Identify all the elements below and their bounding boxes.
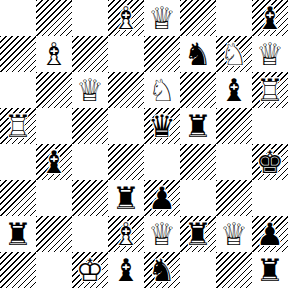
black-king-icon: ♚: [252, 144, 288, 180]
white-rook-icon: ♖: [0, 108, 36, 144]
white-queen-icon: ♕: [72, 72, 108, 108]
square-g3[interactable]: [216, 180, 252, 216]
square-b3[interactable]: [36, 180, 72, 216]
white-queen-icon: ♕: [252, 36, 288, 72]
black-bishop-icon: ♝: [252, 0, 288, 36]
piece-black-rook-f2[interactable]: ♜♜: [180, 216, 216, 252]
white-bishop-icon: ♗: [108, 216, 144, 252]
square-b2[interactable]: [36, 216, 72, 252]
square-f6[interactable]: [180, 72, 216, 108]
black-knight-icon: ♞: [144, 252, 180, 288]
piece-black-pawn-h2[interactable]: ♟♟: [252, 216, 288, 252]
white-knight-icon: ♘: [216, 36, 252, 72]
square-b5[interactable]: [36, 108, 72, 144]
square-c3[interactable]: [72, 180, 108, 216]
square-d8[interactable]: ♝♗: [108, 0, 144, 36]
square-g5[interactable]: [216, 108, 252, 144]
piece-black-rook-f5[interactable]: ♜♜: [180, 108, 216, 144]
piece-black-bishop-b4[interactable]: ♝♝: [36, 144, 72, 180]
piece-white-king-c1[interactable]: ♚♔: [72, 252, 108, 288]
square-c6[interactable]: ♛♕: [72, 72, 108, 108]
square-a7[interactable]: [0, 36, 36, 72]
piece-black-pawn-e3[interactable]: ♟♟: [144, 180, 180, 216]
square-f2[interactable]: ♜♜: [180, 216, 216, 252]
square-h8[interactable]: ♝♝: [252, 0, 288, 36]
square-f4[interactable]: [180, 144, 216, 180]
square-a6[interactable]: [0, 72, 36, 108]
piece-black-bishop-h8[interactable]: ♝♝: [252, 0, 288, 36]
black-rook-icon: ♜: [108, 180, 144, 216]
square-h3[interactable]: [252, 180, 288, 216]
white-bishop-icon: ♗: [108, 0, 144, 36]
square-g7[interactable]: ♞♘: [216, 36, 252, 72]
piece-white-knight-e6[interactable]: ♞♘: [144, 72, 180, 108]
black-queen-icon: ♛: [144, 108, 180, 144]
white-king-icon: ♔: [72, 252, 108, 288]
white-queen-icon: ♕: [144, 0, 180, 36]
white-bishop-icon: ♗: [36, 36, 72, 72]
piece-white-bishop-d2[interactable]: ♝♗: [108, 216, 144, 252]
black-rook-icon: ♜: [180, 216, 216, 252]
piece-black-rook-h1[interactable]: ♜♜: [252, 252, 288, 288]
square-e5[interactable]: ♛♛: [144, 108, 180, 144]
piece-black-knight-f7[interactable]: ♞♞: [180, 36, 216, 72]
piece-white-queen-e8[interactable]: ♛♕: [144, 0, 180, 36]
square-e1[interactable]: ♞♞: [144, 252, 180, 288]
black-rook-icon: ♜: [0, 216, 36, 252]
piece-white-bishop-d8[interactable]: ♝♗: [108, 0, 144, 36]
piece-black-rook-a2[interactable]: ♜♜: [0, 216, 36, 252]
square-h7[interactable]: ♛♕: [252, 36, 288, 72]
square-a4[interactable]: [0, 144, 36, 180]
square-e2[interactable]: ♛♕: [144, 216, 180, 252]
square-e7[interactable]: [144, 36, 180, 72]
white-rook-icon: ♖: [252, 72, 288, 108]
square-e8[interactable]: ♛♕: [144, 0, 180, 36]
piece-black-king-h4[interactable]: ♚♚: [252, 144, 288, 180]
square-g8[interactable]: [216, 0, 252, 36]
piece-black-rook-d3[interactable]: ♜♜: [108, 180, 144, 216]
square-d4[interactable]: [108, 144, 144, 180]
square-h4[interactable]: ♚♚: [252, 144, 288, 180]
square-d5[interactable]: [108, 108, 144, 144]
square-c1[interactable]: ♚♔: [72, 252, 108, 288]
square-c7[interactable]: [72, 36, 108, 72]
square-e3[interactable]: ♟♟: [144, 180, 180, 216]
white-queen-icon: ♕: [144, 216, 180, 252]
square-f8[interactable]: [180, 0, 216, 36]
square-d2[interactable]: ♝♗: [108, 216, 144, 252]
square-g2[interactable]: ♛♕: [216, 216, 252, 252]
square-b6[interactable]: [36, 72, 72, 108]
square-a1[interactable]: [0, 252, 36, 288]
black-knight-icon: ♞: [180, 36, 216, 72]
white-queen-icon: ♕: [216, 216, 252, 252]
square-a2[interactable]: ♜♜: [0, 216, 36, 252]
square-f7[interactable]: ♞♞: [180, 36, 216, 72]
black-pawn-icon: ♟: [252, 216, 288, 252]
square-c8[interactable]: [72, 0, 108, 36]
square-e4[interactable]: [144, 144, 180, 180]
white-knight-icon: ♘: [144, 72, 180, 108]
square-h5[interactable]: [252, 108, 288, 144]
square-g6[interactable]: ♝♝: [216, 72, 252, 108]
square-a3[interactable]: [0, 180, 36, 216]
square-f3[interactable]: [180, 180, 216, 216]
piece-black-knight-e1[interactable]: ♞♞: [144, 252, 180, 288]
piece-black-bishop-g6[interactable]: ♝♝: [216, 72, 252, 108]
piece-white-rook-h6[interactable]: ♜♖: [252, 72, 288, 108]
square-d1[interactable]: ♝♝: [108, 252, 144, 288]
square-f1[interactable]: [180, 252, 216, 288]
square-g4[interactable]: [216, 144, 252, 180]
black-bishop-icon: ♝: [216, 72, 252, 108]
chess-diagram: ♝♗♛♕♝♝♝♗♞♞♞♘♛♕♛♕♞♘♝♝♜♖♜♖♛♛♜♜♝♝♚♚♜♜♟♟♜♜♝♗…: [0, 0, 288, 288]
square-d6[interactable]: [108, 72, 144, 108]
piece-white-knight-g7[interactable]: ♞♘: [216, 36, 252, 72]
square-b1[interactable]: [36, 252, 72, 288]
piece-white-rook-a5[interactable]: ♜♖: [0, 108, 36, 144]
square-f5[interactable]: ♜♜: [180, 108, 216, 144]
square-d7[interactable]: [108, 36, 144, 72]
piece-white-queen-h7[interactable]: ♛♕: [252, 36, 288, 72]
square-b4[interactable]: ♝♝: [36, 144, 72, 180]
square-h6[interactable]: ♜♖: [252, 72, 288, 108]
square-a8[interactable]: [0, 0, 36, 36]
black-bishop-icon: ♝: [108, 252, 144, 288]
piece-black-bishop-d1[interactable]: ♝♝: [108, 252, 144, 288]
piece-white-queen-c6[interactable]: ♛♕: [72, 72, 108, 108]
square-b7[interactable]: ♝♗: [36, 36, 72, 72]
square-b8[interactable]: [36, 0, 72, 36]
square-c2[interactable]: [72, 216, 108, 252]
square-g1[interactable]: [216, 252, 252, 288]
piece-white-bishop-b7[interactable]: ♝♗: [36, 36, 72, 72]
square-c5[interactable]: [72, 108, 108, 144]
piece-white-queen-e2[interactable]: ♛♕: [144, 216, 180, 252]
square-e6[interactable]: ♞♘: [144, 72, 180, 108]
square-h1[interactable]: ♜♜: [252, 252, 288, 288]
square-d3[interactable]: ♜♜: [108, 180, 144, 216]
chess-board: ♝♗♛♕♝♝♝♗♞♞♞♘♛♕♛♕♞♘♝♝♜♖♜♖♛♛♜♜♝♝♚♚♜♜♟♟♜♜♝♗…: [0, 0, 288, 288]
piece-black-queen-e5[interactable]: ♛♛: [144, 108, 180, 144]
black-rook-icon: ♜: [180, 108, 216, 144]
square-a5[interactable]: ♜♖: [0, 108, 36, 144]
piece-white-queen-g2[interactable]: ♛♕: [216, 216, 252, 252]
black-bishop-icon: ♝: [36, 144, 72, 180]
black-pawn-icon: ♟: [144, 180, 180, 216]
square-c4[interactable]: [72, 144, 108, 180]
black-rook-icon: ♜: [252, 252, 288, 288]
square-h2[interactable]: ♟♟: [252, 216, 288, 252]
